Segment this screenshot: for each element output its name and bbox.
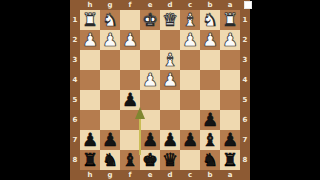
square-c1[interactable]: ♝ [180, 10, 200, 30]
rank-label-3: 3 [240, 50, 250, 70]
board-corner [70, 0, 80, 10]
square-h1[interactable]: ♜ [80, 10, 100, 30]
file-labels-bottom: hgfedcba [80, 170, 240, 180]
piece-white-pawn[interactable]: ♟ [200, 30, 220, 50]
piece-white-pawn[interactable]: ♟ [140, 70, 160, 90]
piece-black-pawn[interactable]: ♟ [160, 130, 180, 150]
rank-label-7: 7 [70, 130, 80, 150]
square-h2[interactable]: ♟ [80, 30, 100, 50]
square-e8[interactable]: ♚ [140, 150, 160, 170]
file-label-b: b [200, 170, 220, 180]
square-h8[interactable]: ♜ [80, 150, 100, 170]
square-e2[interactable] [140, 30, 160, 50]
file-label-g: g [100, 170, 120, 180]
board-corner [70, 170, 80, 180]
square-a5[interactable] [220, 90, 240, 110]
square-h5[interactable] [80, 90, 100, 110]
square-f7[interactable] [120, 130, 140, 150]
piece-black-bishop[interactable]: ♝ [120, 150, 140, 170]
piece-white-knight[interactable]: ♞ [200, 10, 220, 30]
piece-black-pawn[interactable]: ♟ [120, 90, 140, 110]
piece-white-queen[interactable]: ♛ [160, 10, 180, 30]
video-frame: hgfedcba 12345678 ♜♞♚♛♝♞♜♟♟♟♟♟♟♝♟♟♟♟♟♟♟♟… [0, 0, 320, 180]
piece-black-queen[interactable]: ♛ [160, 150, 180, 170]
square-h7[interactable]: ♟ [80, 130, 100, 150]
square-b3[interactable] [200, 50, 220, 70]
chess-board: hgfedcba 12345678 ♜♞♚♛♝♞♜♟♟♟♟♟♟♝♟♟♟♟♟♟♟♟… [70, 0, 250, 180]
rank-label-1: 1 [240, 10, 250, 30]
rank-label-5: 5 [240, 90, 250, 110]
square-c3[interactable] [180, 50, 200, 70]
square-f5[interactable]: ♟ [120, 90, 140, 110]
square-g3[interactable] [100, 50, 120, 70]
piece-white-king[interactable]: ♚ [140, 10, 160, 30]
square-g6[interactable] [100, 110, 120, 130]
square-e3[interactable] [140, 50, 160, 70]
square-h6[interactable] [80, 110, 100, 130]
square-c7[interactable]: ♟ [180, 130, 200, 150]
square-d7[interactable]: ♟ [160, 130, 180, 150]
rank-label-8: 8 [240, 150, 250, 170]
square-f1[interactable] [120, 10, 140, 30]
file-label-f: f [120, 170, 140, 180]
square-a2[interactable]: ♟ [220, 30, 240, 50]
square-b7[interactable]: ♝ [200, 130, 220, 150]
square-a3[interactable] [220, 50, 240, 70]
square-c8[interactable] [180, 150, 200, 170]
square-c2[interactable]: ♟ [180, 30, 200, 50]
square-f3[interactable] [120, 50, 140, 70]
square-g7[interactable]: ♟ [100, 130, 120, 150]
square-c4[interactable] [180, 70, 200, 90]
square-e6[interactable] [140, 110, 160, 130]
file-label-c: c [180, 170, 200, 180]
square-a6[interactable] [220, 110, 240, 130]
square-g5[interactable] [100, 90, 120, 110]
rank-label-2: 2 [240, 30, 250, 50]
rank-label-8: 8 [70, 150, 80, 170]
piece-white-pawn[interactable]: ♟ [120, 30, 140, 50]
square-d6[interactable] [160, 110, 180, 130]
rank-label-5: 5 [70, 90, 80, 110]
piece-white-rook[interactable]: ♜ [220, 10, 240, 30]
piece-white-rook[interactable]: ♜ [80, 10, 100, 30]
rank-label-7: 7 [240, 130, 250, 150]
rank-label-3: 3 [70, 50, 80, 70]
piece-white-pawn[interactable]: ♟ [220, 30, 240, 50]
piece-white-bishop[interactable]: ♝ [160, 50, 180, 70]
square-h4[interactable] [80, 70, 100, 90]
piece-black-pawn[interactable]: ♟ [200, 110, 220, 130]
file-label-d: d [160, 170, 180, 180]
rank-label-6: 6 [240, 110, 250, 130]
square-b5[interactable] [200, 90, 220, 110]
file-label-e: e [140, 170, 160, 180]
square-g4[interactable] [100, 70, 120, 90]
square-f8[interactable]: ♝ [120, 150, 140, 170]
piece-black-pawn[interactable]: ♟ [180, 130, 200, 150]
square-d8[interactable]: ♛ [160, 150, 180, 170]
piece-black-pawn[interactable]: ♟ [140, 130, 160, 150]
rank-labels-right: 12345678 [240, 10, 250, 170]
square-d1[interactable]: ♛ [160, 10, 180, 30]
square-e1[interactable]: ♚ [140, 10, 160, 30]
rank-label-2: 2 [70, 30, 80, 50]
piece-black-pawn[interactable]: ♟ [220, 130, 240, 150]
piece-black-rook[interactable]: ♜ [80, 150, 100, 170]
piece-white-pawn[interactable]: ♟ [160, 70, 180, 90]
board-squares: ♜♞♚♛♝♞♜♟♟♟♟♟♟♝♟♟♟♟♟♟♟♟♟♝♟♜♞♝♚♛♞♜ [80, 10, 240, 170]
piece-white-pawn[interactable]: ♟ [80, 30, 100, 50]
square-f2[interactable]: ♟ [120, 30, 140, 50]
rank-label-4: 4 [240, 70, 250, 90]
square-b8[interactable]: ♞ [200, 150, 220, 170]
square-e4[interactable]: ♟ [140, 70, 160, 90]
square-d3[interactable]: ♝ [160, 50, 180, 70]
rank-label-6: 6 [70, 110, 80, 130]
square-d5[interactable] [160, 90, 180, 110]
file-label-f: f [120, 0, 140, 10]
piece-black-pawn[interactable]: ♟ [100, 130, 120, 150]
square-f4[interactable] [120, 70, 140, 90]
square-b6[interactable]: ♟ [200, 110, 220, 130]
square-a1[interactable]: ♜ [220, 10, 240, 30]
piece-black-rook[interactable]: ♜ [220, 150, 240, 170]
square-a4[interactable] [220, 70, 240, 90]
square-e7[interactable]: ♟ [140, 130, 160, 150]
square-e5[interactable] [140, 90, 160, 110]
square-a7[interactable]: ♟ [220, 130, 240, 150]
piece-white-knight[interactable]: ♞ [100, 10, 120, 30]
file-label-h: h [80, 170, 100, 180]
piece-white-bishop[interactable]: ♝ [180, 10, 200, 30]
square-b1[interactable]: ♞ [200, 10, 220, 30]
square-g2[interactable]: ♟ [100, 30, 120, 50]
square-b4[interactable] [200, 70, 220, 90]
square-g1[interactable]: ♞ [100, 10, 120, 30]
piece-white-pawn[interactable]: ♟ [100, 30, 120, 50]
square-c6[interactable] [180, 110, 200, 130]
square-h3[interactable] [80, 50, 100, 70]
square-b2[interactable]: ♟ [200, 30, 220, 50]
square-a8[interactable]: ♜ [220, 150, 240, 170]
square-c5[interactable] [180, 90, 200, 110]
board-corner [240, 170, 250, 180]
overlay-square-icon [244, 1, 252, 9]
piece-black-king[interactable]: ♚ [140, 150, 160, 170]
piece-black-pawn[interactable]: ♟ [80, 130, 100, 150]
square-d2[interactable] [160, 30, 180, 50]
rank-label-4: 4 [70, 70, 80, 90]
piece-black-knight[interactable]: ♞ [100, 150, 120, 170]
piece-white-pawn[interactable]: ♟ [180, 30, 200, 50]
rank-labels-left: 12345678 [70, 10, 80, 170]
file-label-a: a [220, 170, 240, 180]
square-d4[interactable]: ♟ [160, 70, 180, 90]
square-f6[interactable] [120, 110, 140, 130]
rank-label-1: 1 [70, 10, 80, 30]
piece-black-bishop[interactable]: ♝ [200, 130, 220, 150]
piece-black-knight[interactable]: ♞ [200, 150, 220, 170]
square-g8[interactable]: ♞ [100, 150, 120, 170]
